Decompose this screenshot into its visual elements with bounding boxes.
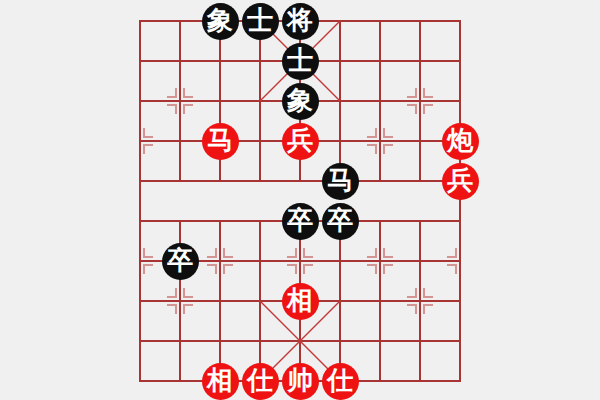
black-general-piece[interactable]: 将: [282, 3, 319, 40]
red-advisor-piece[interactable]: 仕: [322, 363, 359, 400]
board-point: 马: [200, 121, 240, 161]
board-point: 卒: [320, 201, 360, 241]
black-soldier-piece[interactable]: 卒: [322, 203, 359, 240]
board-point: 仕: [320, 361, 360, 400]
board-point: 兵: [280, 121, 320, 161]
board-point: 卒: [280, 201, 320, 241]
black-soldier-piece[interactable]: 卒: [162, 243, 199, 280]
red-elephant-piece[interactable]: 相: [282, 283, 319, 320]
red-soldier-piece[interactable]: 兵: [442, 163, 479, 200]
red-horse-piece[interactable]: 马: [202, 123, 239, 160]
board-point: 兵: [440, 161, 480, 201]
board-point: 帅: [280, 361, 320, 400]
xiangqi-board[interactable]: 象士将士象马兵炮马兵卒卒卒相相仕帅仕: [0, 0, 600, 400]
red-elephant-piece[interactable]: 相: [202, 363, 239, 400]
board-point: 相: [200, 361, 240, 400]
black-elephant-piece[interactable]: 象: [202, 3, 239, 40]
black-advisor-piece[interactable]: 士: [282, 43, 319, 80]
red-soldier-piece[interactable]: 兵: [282, 123, 319, 160]
black-advisor-piece[interactable]: 士: [242, 3, 279, 40]
board-point: 炮: [440, 121, 480, 161]
black-soldier-piece[interactable]: 卒: [282, 203, 319, 240]
red-general-piece[interactable]: 帅: [282, 363, 319, 400]
board-point: 卒: [160, 241, 200, 281]
board-point: 象: [200, 1, 240, 41]
board-point: 士: [240, 1, 280, 41]
board-point: 仕: [240, 361, 280, 400]
board-point: 士: [280, 41, 320, 81]
pieces-layer: 象士将士象马兵炮马兵卒卒卒相相仕帅仕: [120, 1, 480, 400]
board-point: 相: [280, 281, 320, 321]
red-cannon-piece[interactable]: 炮: [442, 123, 479, 160]
red-advisor-piece[interactable]: 仕: [242, 363, 279, 400]
board-point: 将: [280, 1, 320, 41]
black-elephant-piece[interactable]: 象: [282, 83, 319, 120]
board-point: 马: [320, 161, 360, 201]
screen-background: 象士将士象马兵炮马兵卒卒卒相相仕帅仕: [0, 0, 600, 400]
black-horse-piece[interactable]: 马: [322, 163, 359, 200]
board-point: 象: [280, 81, 320, 121]
